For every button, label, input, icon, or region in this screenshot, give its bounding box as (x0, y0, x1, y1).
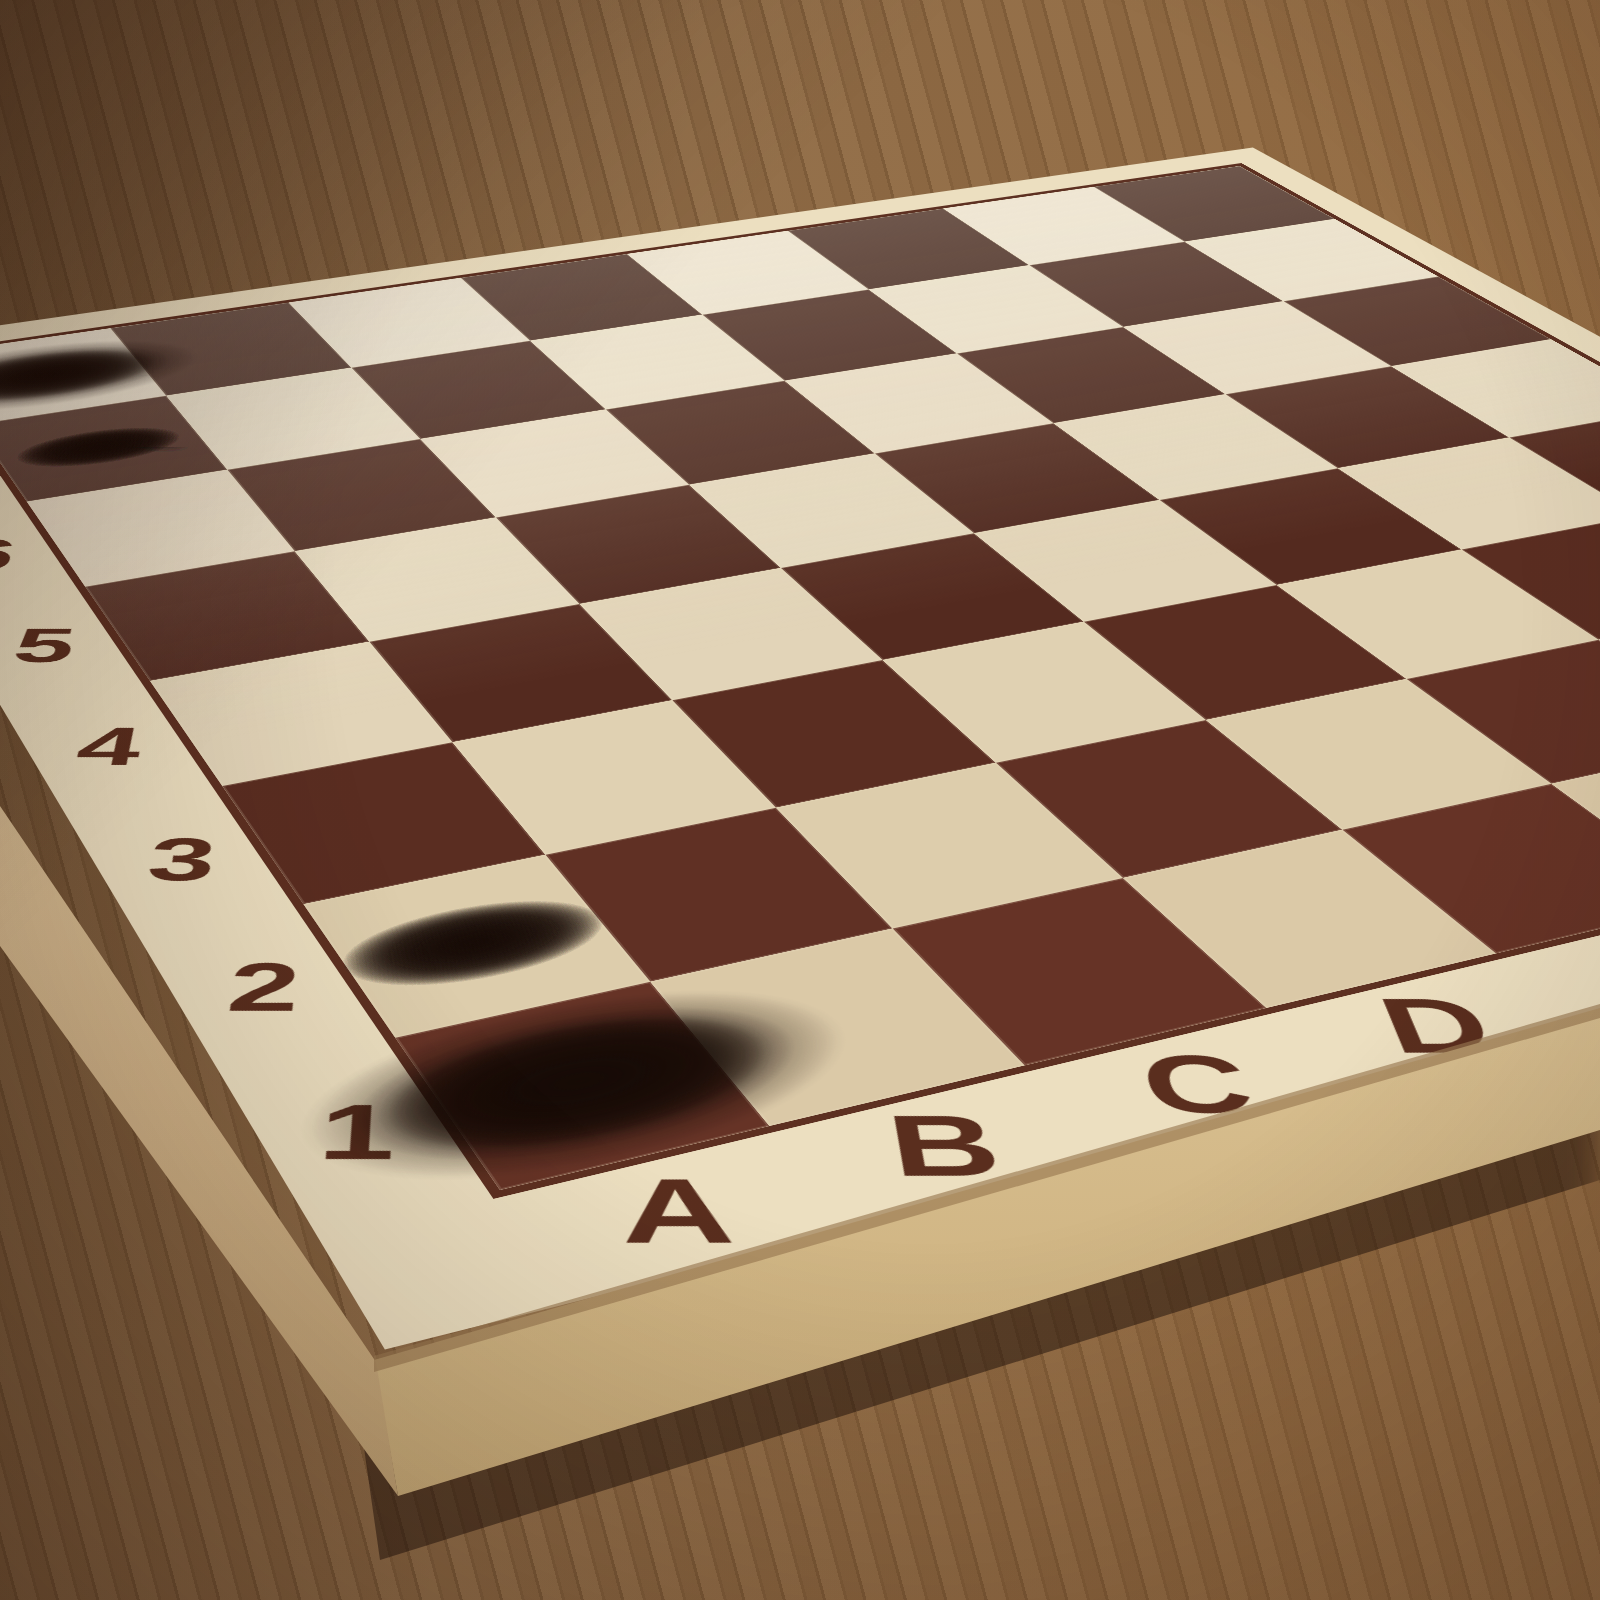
white-rook-glyph: ♖ (284, 586, 874, 1131)
chess-photo-scene: ABCDEFGH12345678♜♞♝♛♚♝♞♜♟♟♟♟♟♟♟♟♙♙♙♙♙♙♙♙… (0, 0, 1600, 1600)
